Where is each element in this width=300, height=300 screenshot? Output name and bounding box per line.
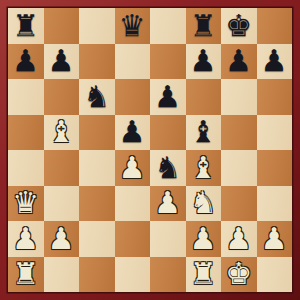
square-f1[interactable]: ♜	[186, 257, 222, 293]
square-f3[interactable]: ♞	[186, 186, 222, 222]
square-f7[interactable]: ♟	[186, 44, 222, 80]
square-d2[interactable]	[115, 221, 151, 257]
white-pawn-h2[interactable]: ♟	[261, 224, 288, 254]
square-f8[interactable]: ♜	[186, 8, 222, 44]
white-bishop-f4[interactable]: ♝	[190, 153, 217, 183]
square-d4[interactable]: ♟	[115, 150, 151, 186]
square-g6[interactable]	[221, 79, 257, 115]
square-e4[interactable]: ♞	[150, 150, 186, 186]
square-b4[interactable]	[44, 150, 80, 186]
square-c7[interactable]	[79, 44, 115, 80]
square-g1[interactable]: ♚	[221, 257, 257, 293]
square-e8[interactable]	[150, 8, 186, 44]
square-g5[interactable]	[221, 115, 257, 151]
square-e3[interactable]: ♟	[150, 186, 186, 222]
square-h5[interactable]	[257, 115, 293, 151]
square-b3[interactable]	[44, 186, 80, 222]
white-king-g1[interactable]: ♚	[225, 259, 252, 289]
square-d3[interactable]	[115, 186, 151, 222]
square-h6[interactable]	[257, 79, 293, 115]
square-b6[interactable]	[44, 79, 80, 115]
white-knight-f3[interactable]: ♞	[190, 188, 217, 218]
chess-board-frame: ♜♛♜♚♟♟♟♟♟♞♟♝♟♝♟♞♝♛♟♞♟♟♟♟♟♜♜♚	[0, 0, 300, 300]
square-h4[interactable]	[257, 150, 293, 186]
square-b8[interactable]	[44, 8, 80, 44]
square-a5[interactable]	[8, 115, 44, 151]
square-d7[interactable]	[115, 44, 151, 80]
chess-board: ♜♛♜♚♟♟♟♟♟♞♟♝♟♝♟♞♝♛♟♞♟♟♟♟♟♜♜♚	[8, 8, 292, 292]
square-h1[interactable]	[257, 257, 293, 293]
black-pawn-a7[interactable]: ♟	[12, 46, 39, 76]
square-c5[interactable]	[79, 115, 115, 151]
white-queen-a3[interactable]: ♛	[12, 188, 39, 218]
white-pawn-e3[interactable]: ♟	[154, 188, 181, 218]
black-pawn-g7[interactable]: ♟	[225, 46, 252, 76]
square-e2[interactable]	[150, 221, 186, 257]
white-pawn-d4[interactable]: ♟	[119, 153, 146, 183]
white-pawn-b2[interactable]: ♟	[48, 224, 75, 254]
square-e6[interactable]: ♟	[150, 79, 186, 115]
square-a3[interactable]: ♛	[8, 186, 44, 222]
square-c3[interactable]	[79, 186, 115, 222]
square-g3[interactable]	[221, 186, 257, 222]
square-a7[interactable]: ♟	[8, 44, 44, 80]
square-a4[interactable]	[8, 150, 44, 186]
square-e1[interactable]	[150, 257, 186, 293]
square-e5[interactable]	[150, 115, 186, 151]
black-pawn-b7[interactable]: ♟	[48, 46, 75, 76]
square-c6[interactable]: ♞	[79, 79, 115, 115]
black-queen-d8[interactable]: ♛	[119, 11, 146, 41]
square-c8[interactable]	[79, 8, 115, 44]
square-h7[interactable]: ♟	[257, 44, 293, 80]
black-rook-a8[interactable]: ♜	[12, 11, 39, 41]
square-b5[interactable]: ♝	[44, 115, 80, 151]
black-bishop-f5[interactable]: ♝	[190, 117, 217, 147]
square-g2[interactable]: ♟	[221, 221, 257, 257]
black-pawn-f7[interactable]: ♟	[190, 46, 217, 76]
square-d5[interactable]: ♟	[115, 115, 151, 151]
black-pawn-h7[interactable]: ♟	[261, 46, 288, 76]
black-rook-f8[interactable]: ♜	[190, 11, 217, 41]
square-a1[interactable]: ♜	[8, 257, 44, 293]
square-b7[interactable]: ♟	[44, 44, 80, 80]
square-c1[interactable]	[79, 257, 115, 293]
square-d1[interactable]	[115, 257, 151, 293]
white-bishop-b5[interactable]: ♝	[48, 117, 75, 147]
square-g7[interactable]: ♟	[221, 44, 257, 80]
square-a8[interactable]: ♜	[8, 8, 44, 44]
white-pawn-f2[interactable]: ♟	[190, 224, 217, 254]
black-knight-e4[interactable]: ♞	[154, 153, 181, 183]
square-f5[interactable]: ♝	[186, 115, 222, 151]
square-a6[interactable]	[8, 79, 44, 115]
square-c4[interactable]	[79, 150, 115, 186]
black-knight-c6[interactable]: ♞	[83, 82, 110, 112]
black-king-g8[interactable]: ♚	[225, 11, 252, 41]
square-d6[interactable]	[115, 79, 151, 115]
square-h3[interactable]	[257, 186, 293, 222]
square-f2[interactable]: ♟	[186, 221, 222, 257]
square-h8[interactable]	[257, 8, 293, 44]
square-c2[interactable]	[79, 221, 115, 257]
square-b2[interactable]: ♟	[44, 221, 80, 257]
square-a2[interactable]: ♟	[8, 221, 44, 257]
square-f6[interactable]	[186, 79, 222, 115]
square-h2[interactable]: ♟	[257, 221, 293, 257]
square-d8[interactable]: ♛	[115, 8, 151, 44]
white-pawn-g2[interactable]: ♟	[225, 224, 252, 254]
white-rook-a1[interactable]: ♜	[12, 259, 39, 289]
square-g8[interactable]: ♚	[221, 8, 257, 44]
square-b1[interactable]	[44, 257, 80, 293]
square-g4[interactable]	[221, 150, 257, 186]
white-rook-f1[interactable]: ♜	[190, 259, 217, 289]
square-f4[interactable]: ♝	[186, 150, 222, 186]
white-pawn-a2[interactable]: ♟	[12, 224, 39, 254]
black-pawn-d5[interactable]: ♟	[119, 117, 146, 147]
black-pawn-e6[interactable]: ♟	[154, 82, 181, 112]
square-e7[interactable]	[150, 44, 186, 80]
